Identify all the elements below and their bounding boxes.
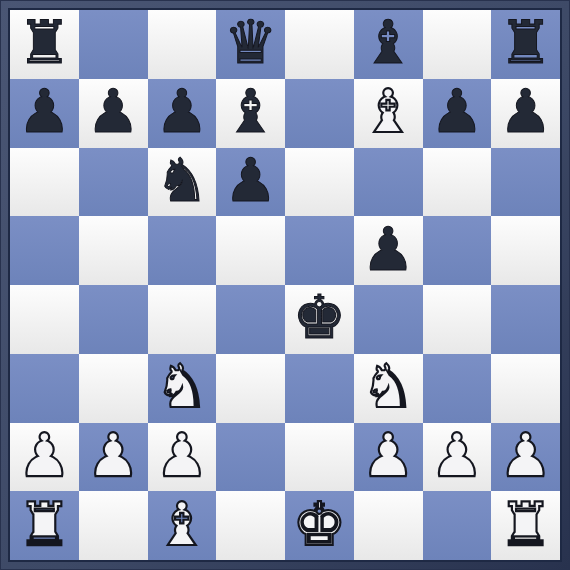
square-a1[interactable]: ♜ <box>10 491 79 560</box>
square-a5[interactable] <box>10 216 79 285</box>
square-h8[interactable]: ♜ <box>491 10 560 79</box>
square-b1[interactable] <box>79 491 148 560</box>
square-e1[interactable]: ♚ <box>285 491 354 560</box>
square-g6[interactable] <box>423 148 492 217</box>
piece-black-pawn: ♟ <box>155 81 209 141</box>
square-c8[interactable] <box>148 10 217 79</box>
piece-white-bishop: ♝ <box>361 81 415 141</box>
square-e2[interactable] <box>285 423 354 492</box>
square-c3[interactable]: ♞ <box>148 354 217 423</box>
piece-white-bishop: ♝ <box>155 494 209 554</box>
square-b7[interactable]: ♟ <box>79 79 148 148</box>
piece-white-knight: ♞ <box>361 356 415 416</box>
piece-black-bishop: ♝ <box>224 81 278 141</box>
square-a7[interactable]: ♟ <box>10 79 79 148</box>
square-b5[interactable] <box>79 216 148 285</box>
piece-white-rook: ♜ <box>17 494 71 554</box>
square-e3[interactable] <box>285 354 354 423</box>
square-c1[interactable]: ♝ <box>148 491 217 560</box>
square-a3[interactable] <box>10 354 79 423</box>
square-c2[interactable]: ♟ <box>148 423 217 492</box>
square-g3[interactable] <box>423 354 492 423</box>
piece-black-rook: ♜ <box>17 12 71 72</box>
square-f3[interactable]: ♞ <box>354 354 423 423</box>
square-f2[interactable]: ♟ <box>354 423 423 492</box>
square-d5[interactable] <box>216 216 285 285</box>
chess-board-frame: ♜♛♝♜♟♟♟♝♝♟♟♞♟♟♚♞♞♟♟♟♟♟♟♜♝♚♜ <box>0 0 570 570</box>
piece-white-pawn: ♟ <box>361 425 415 485</box>
square-e4[interactable]: ♚ <box>285 285 354 354</box>
square-h5[interactable] <box>491 216 560 285</box>
chess-board: ♜♛♝♜♟♟♟♝♝♟♟♞♟♟♚♞♞♟♟♟♟♟♟♜♝♚♜ <box>10 10 560 560</box>
piece-white-rook: ♜ <box>499 494 553 554</box>
square-a8[interactable]: ♜ <box>10 10 79 79</box>
square-b3[interactable] <box>79 354 148 423</box>
square-a2[interactable]: ♟ <box>10 423 79 492</box>
piece-black-bishop: ♝ <box>361 12 415 72</box>
square-b2[interactable]: ♟ <box>79 423 148 492</box>
piece-black-rook: ♜ <box>499 12 553 72</box>
piece-black-pawn: ♟ <box>499 81 553 141</box>
square-a4[interactable] <box>10 285 79 354</box>
square-e7[interactable] <box>285 79 354 148</box>
square-d4[interactable] <box>216 285 285 354</box>
piece-black-pawn: ♟ <box>224 150 278 210</box>
piece-black-pawn: ♟ <box>361 219 415 279</box>
piece-black-pawn: ♟ <box>430 81 484 141</box>
square-g4[interactable] <box>423 285 492 354</box>
piece-black-king: ♚ <box>292 287 346 347</box>
piece-black-knight: ♞ <box>155 150 209 210</box>
square-b6[interactable] <box>79 148 148 217</box>
piece-white-pawn: ♟ <box>155 425 209 485</box>
square-e6[interactable] <box>285 148 354 217</box>
square-g5[interactable] <box>423 216 492 285</box>
square-a6[interactable] <box>10 148 79 217</box>
piece-white-pawn: ♟ <box>499 425 553 485</box>
square-f7[interactable]: ♝ <box>354 79 423 148</box>
square-d6[interactable]: ♟ <box>216 148 285 217</box>
square-h6[interactable] <box>491 148 560 217</box>
square-g1[interactable] <box>423 491 492 560</box>
square-h1[interactable]: ♜ <box>491 491 560 560</box>
square-f5[interactable]: ♟ <box>354 216 423 285</box>
square-h4[interactable] <box>491 285 560 354</box>
square-g8[interactable] <box>423 10 492 79</box>
piece-white-pawn: ♟ <box>17 425 71 485</box>
square-d2[interactable] <box>216 423 285 492</box>
square-c4[interactable] <box>148 285 217 354</box>
piece-black-pawn: ♟ <box>86 81 140 141</box>
square-e8[interactable] <box>285 10 354 79</box>
square-f1[interactable] <box>354 491 423 560</box>
square-g7[interactable]: ♟ <box>423 79 492 148</box>
piece-black-pawn: ♟ <box>17 81 71 141</box>
square-f6[interactable] <box>354 148 423 217</box>
square-b8[interactable] <box>79 10 148 79</box>
square-c6[interactable]: ♞ <box>148 148 217 217</box>
square-c5[interactable] <box>148 216 217 285</box>
square-f4[interactable] <box>354 285 423 354</box>
square-h7[interactable]: ♟ <box>491 79 560 148</box>
square-d7[interactable]: ♝ <box>216 79 285 148</box>
square-d3[interactable] <box>216 354 285 423</box>
square-g2[interactable]: ♟ <box>423 423 492 492</box>
square-d1[interactable] <box>216 491 285 560</box>
piece-white-knight: ♞ <box>155 356 209 416</box>
square-h3[interactable] <box>491 354 560 423</box>
square-e5[interactable] <box>285 216 354 285</box>
square-b4[interactable] <box>79 285 148 354</box>
square-d8[interactable]: ♛ <box>216 10 285 79</box>
piece-white-pawn: ♟ <box>430 425 484 485</box>
square-h2[interactable]: ♟ <box>491 423 560 492</box>
piece-white-pawn: ♟ <box>86 425 140 485</box>
piece-white-king: ♚ <box>292 494 346 554</box>
piece-black-queen: ♛ <box>224 12 278 72</box>
square-c7[interactable]: ♟ <box>148 79 217 148</box>
square-f8[interactable]: ♝ <box>354 10 423 79</box>
